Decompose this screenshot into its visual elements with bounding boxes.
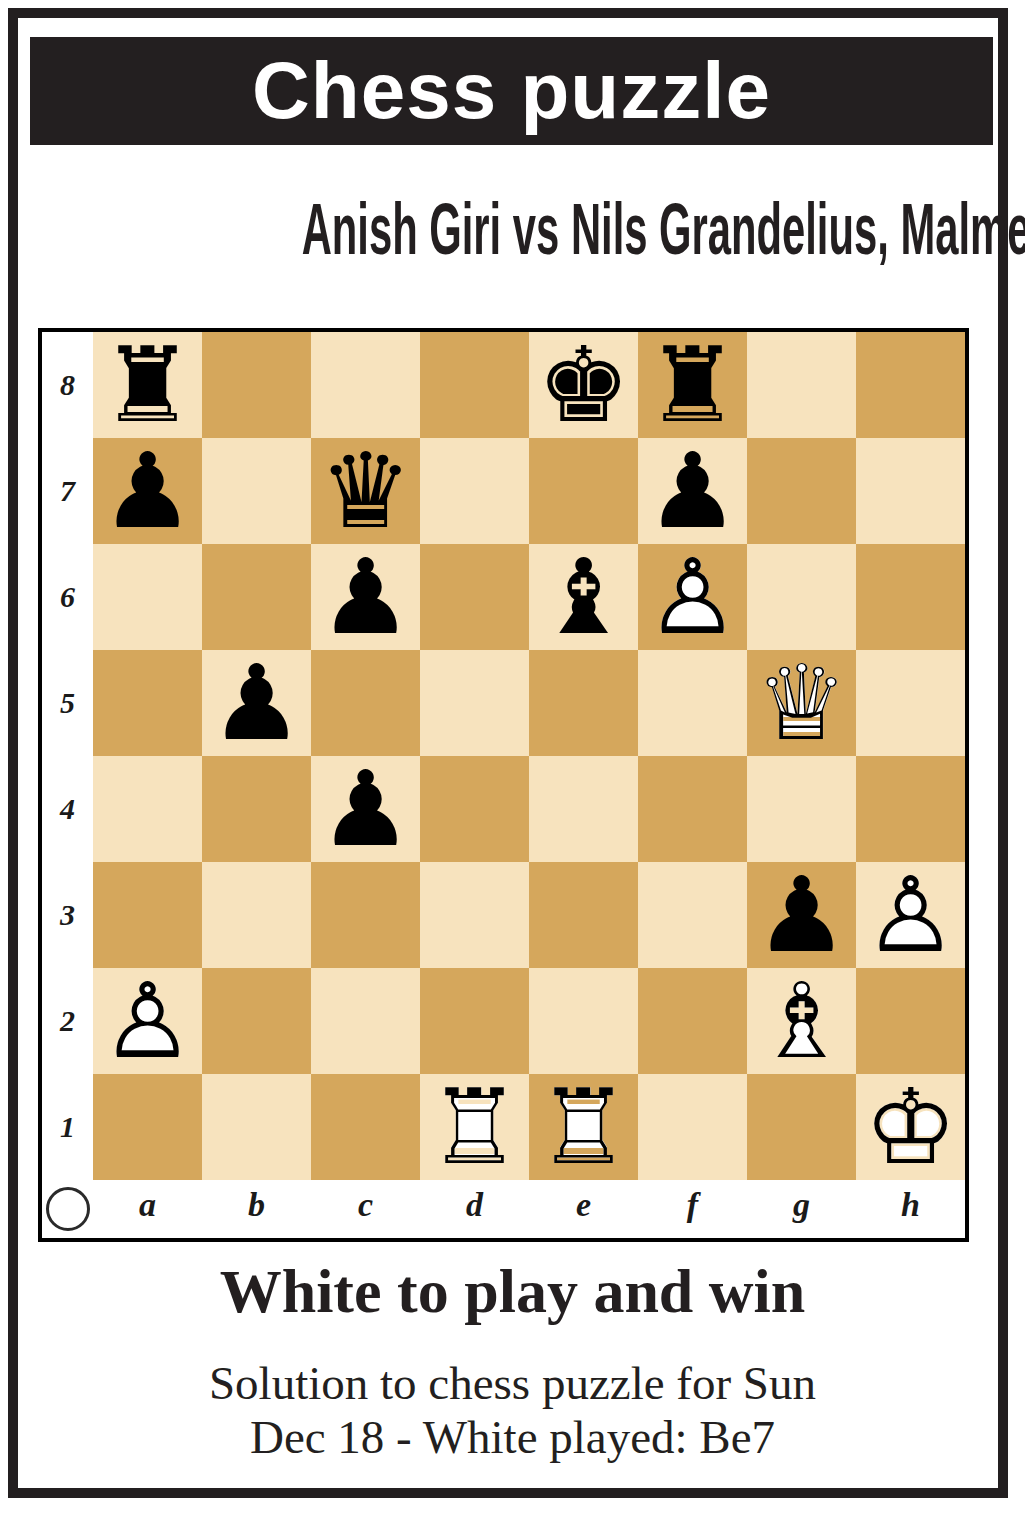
title-banner: Chess puzzle [30, 37, 993, 145]
puzzle-caption: White to play and win [220, 1257, 806, 1325]
file-label-b: b [202, 1180, 311, 1238]
black-pawn-glyph: ♟ [755, 863, 848, 967]
square-f3 [638, 862, 747, 968]
square-a6 [93, 544, 202, 650]
square-c2 [311, 968, 420, 1074]
square-h7 [856, 438, 965, 544]
white-king-outline: ♔ [864, 1075, 957, 1179]
white-king-h1: ♚♔ [856, 1074, 965, 1180]
rank-label-8: 8 [42, 332, 93, 438]
square-a4 [93, 756, 202, 862]
square-d8 [420, 332, 529, 438]
white-queen-outline: ♕ [755, 651, 848, 755]
square-c1 [311, 1074, 420, 1180]
square-e2 [529, 968, 638, 1074]
side-to-move-cell [42, 1180, 93, 1238]
white-rook-d1: ♜♖ [420, 1074, 529, 1180]
square-g7 [747, 438, 856, 544]
file-label-a: a [93, 1180, 202, 1238]
file-label-h: h [856, 1180, 965, 1238]
chess-board: 8♜♚♜7♟♛♟6♟♝♟♙5♟♛♕4♟3♟♟♙2♟♙♝♗1♜♖♜♖♚♔abcde… [38, 328, 969, 1242]
square-h6 [856, 544, 965, 650]
square-c7: ♛ [311, 438, 420, 544]
rank-label-3: 3 [42, 862, 93, 968]
square-g1 [747, 1074, 856, 1180]
square-d6 [420, 544, 529, 650]
square-f6: ♟♙ [638, 544, 747, 650]
square-f5 [638, 650, 747, 756]
square-g8 [747, 332, 856, 438]
square-h3: ♟♙ [856, 862, 965, 968]
solution-line-2: Dec 18 - White played: Be7 [0, 1410, 1025, 1464]
rank-label-7: 7 [42, 438, 93, 544]
black-pawn-c4: ♟ [311, 756, 420, 862]
square-e7 [529, 438, 638, 544]
square-f4 [638, 756, 747, 862]
white-pawn-a2: ♟♙ [93, 968, 202, 1074]
square-e8: ♚ [529, 332, 638, 438]
square-b5: ♟ [202, 650, 311, 756]
white-queen-g5: ♛♕ [747, 650, 856, 756]
chess-board-grid: 8♜♚♜7♟♛♟6♟♝♟♙5♟♛♕4♟3♟♟♙2♟♙♝♗1♜♖♜♖♚♔abcde… [42, 332, 965, 1238]
file-label-f: f [638, 1180, 747, 1238]
square-b3 [202, 862, 311, 968]
black-pawn-a7: ♟ [93, 438, 202, 544]
black-bishop-glyph: ♝ [537, 545, 630, 649]
black-pawn-c6: ♟ [311, 544, 420, 650]
square-c3 [311, 862, 420, 968]
white-rook-e1: ♜♖ [529, 1074, 638, 1180]
square-h8 [856, 332, 965, 438]
square-a2: ♟♙ [93, 968, 202, 1074]
square-d5 [420, 650, 529, 756]
file-label-c: c [311, 1180, 420, 1238]
square-d1: ♜♖ [420, 1074, 529, 1180]
black-queen-glyph: ♛ [319, 439, 412, 543]
square-b8 [202, 332, 311, 438]
black-pawn-g3: ♟ [747, 862, 856, 968]
square-c6: ♟ [311, 544, 420, 650]
square-e1: ♜♖ [529, 1074, 638, 1180]
white-bishop-g2: ♝♗ [747, 968, 856, 1074]
square-d3 [420, 862, 529, 968]
solution-line-1: Solution to chess puzzle for Sun [0, 1356, 1025, 1410]
square-h1: ♚♔ [856, 1074, 965, 1180]
white-pawn-h3: ♟♙ [856, 862, 965, 968]
black-pawn-glyph: ♟ [210, 651, 303, 755]
matchup-title: Anish Giri vs Nils Grandelius, Malme 201… [302, 188, 1025, 270]
white-rook-outline: ♖ [537, 1075, 630, 1179]
file-label-g: g [747, 1180, 856, 1238]
square-f8: ♜ [638, 332, 747, 438]
square-c5 [311, 650, 420, 756]
black-rook-a8: ♜ [93, 332, 202, 438]
matchup-row: Anish Giri vs Nils Grandelius, Malme 201… [0, 188, 1025, 270]
square-h5 [856, 650, 965, 756]
square-d4 [420, 756, 529, 862]
square-f1 [638, 1074, 747, 1180]
white-pawn-outline: ♙ [646, 545, 739, 649]
square-d2 [420, 968, 529, 1074]
black-pawn-glyph: ♟ [319, 757, 412, 861]
black-king-glyph: ♚ [537, 333, 630, 437]
white-pawn-f6: ♟♙ [638, 544, 747, 650]
square-a1 [93, 1074, 202, 1180]
square-c8 [311, 332, 420, 438]
rank-label-5: 5 [42, 650, 93, 756]
page-title: Chess puzzle [252, 45, 771, 137]
square-e4 [529, 756, 638, 862]
rank-label-4: 4 [42, 756, 93, 862]
solution-block: Solution to chess puzzle for Sun Dec 18 … [0, 1356, 1025, 1464]
square-e6: ♝ [529, 544, 638, 650]
square-e3 [529, 862, 638, 968]
rank-label-1: 1 [42, 1074, 93, 1180]
black-rook-glyph: ♜ [101, 333, 194, 437]
caption-row: White to play and win [0, 1256, 1025, 1327]
black-pawn-b5: ♟ [202, 650, 311, 756]
rank-label-6: 6 [42, 544, 93, 650]
square-f7: ♟ [638, 438, 747, 544]
square-g3: ♟ [747, 862, 856, 968]
black-bishop-e6: ♝ [529, 544, 638, 650]
black-rook-f8: ♜ [638, 332, 747, 438]
square-e5 [529, 650, 638, 756]
square-b1 [202, 1074, 311, 1180]
black-king-e8: ♚ [529, 332, 638, 438]
square-b2 [202, 968, 311, 1074]
square-g4 [747, 756, 856, 862]
square-b7 [202, 438, 311, 544]
square-a7: ♟ [93, 438, 202, 544]
square-a8: ♜ [93, 332, 202, 438]
square-h2 [856, 968, 965, 1074]
white-bishop-outline: ♗ [755, 969, 848, 1073]
black-queen-c7: ♛ [311, 438, 420, 544]
square-d7 [420, 438, 529, 544]
file-label-e: e [529, 1180, 638, 1238]
black-pawn-glyph: ♟ [101, 439, 194, 543]
square-a5 [93, 650, 202, 756]
white-to-move-indicator-icon [46, 1187, 90, 1231]
square-c4: ♟ [311, 756, 420, 862]
square-b4 [202, 756, 311, 862]
square-g6 [747, 544, 856, 650]
square-h4 [856, 756, 965, 862]
white-pawn-outline: ♙ [101, 969, 194, 1073]
square-g2: ♝♗ [747, 968, 856, 1074]
black-pawn-f7: ♟ [638, 438, 747, 544]
square-b6 [202, 544, 311, 650]
white-rook-outline: ♖ [428, 1075, 521, 1179]
black-pawn-glyph: ♟ [319, 545, 412, 649]
white-pawn-outline: ♙ [864, 863, 957, 967]
black-rook-glyph: ♜ [646, 333, 739, 437]
black-pawn-glyph: ♟ [646, 439, 739, 543]
square-f2 [638, 968, 747, 1074]
square-a3 [93, 862, 202, 968]
rank-label-2: 2 [42, 968, 93, 1074]
square-g5: ♛♕ [747, 650, 856, 756]
file-label-d: d [420, 1180, 529, 1238]
